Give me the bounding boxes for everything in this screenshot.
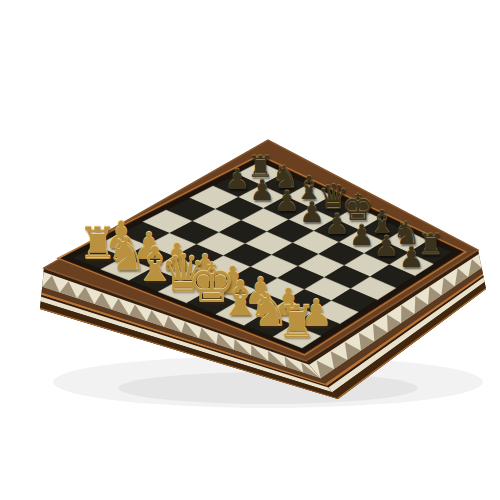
product-photo: ♜♞♝♛♚♝♞♜♟♟♟♟♟♟♟♟♟♟♟♟♟♟♟♟♜♞♝♛♚♝♞♜ (0, 0, 500, 500)
chess-board (0, 0, 500, 500)
